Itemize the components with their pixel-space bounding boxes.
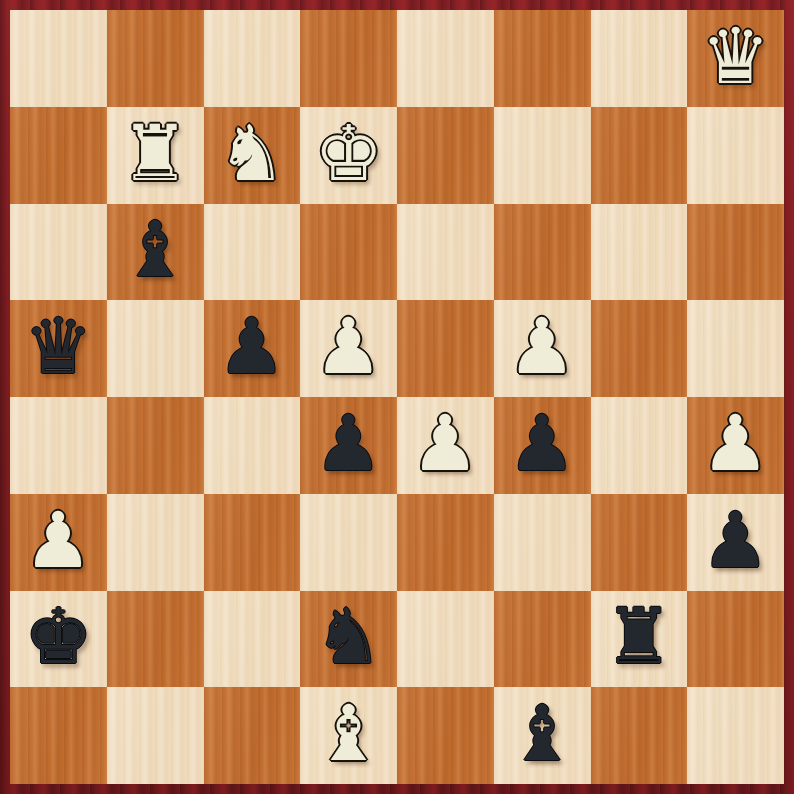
square-b2[interactable] [107,591,204,688]
square-d5[interactable]: ♟ [300,300,397,397]
piece-black-pawn[interactable]: ♟ [314,405,383,482]
piece-black-king[interactable]: ♚ [24,598,93,675]
square-a5[interactable]: ♛ [10,300,107,397]
square-c4[interactable] [204,397,301,494]
square-b3[interactable] [107,494,204,591]
square-h4[interactable]: ♟ [687,397,784,494]
piece-white-pawn[interactable]: ♟ [508,308,577,385]
square-b4[interactable] [107,397,204,494]
square-c1[interactable] [204,687,301,784]
square-e7[interactable] [397,107,494,204]
square-h2[interactable] [687,591,784,688]
chess-board: ♛♜♞♚♝♛♟♟♟♟♟♟♟♟♟♚♞♜♝♝ [10,10,784,784]
square-g3[interactable] [591,494,688,591]
square-e1[interactable] [397,687,494,784]
square-a7[interactable] [10,107,107,204]
square-h6[interactable] [687,204,784,301]
square-c2[interactable] [204,591,301,688]
square-e5[interactable] [397,300,494,397]
square-e8[interactable] [397,10,494,107]
square-f4[interactable]: ♟ [494,397,591,494]
square-d6[interactable] [300,204,397,301]
square-f2[interactable] [494,591,591,688]
piece-white-pawn[interactable]: ♟ [411,405,480,482]
piece-white-pawn[interactable]: ♟ [701,405,770,482]
square-a8[interactable] [10,10,107,107]
piece-white-pawn[interactable]: ♟ [24,502,93,579]
square-g5[interactable] [591,300,688,397]
square-b8[interactable] [107,10,204,107]
square-g6[interactable] [591,204,688,301]
square-e6[interactable] [397,204,494,301]
square-h8[interactable]: ♛ [687,10,784,107]
square-f7[interactable] [494,107,591,204]
square-b7[interactable]: ♜ [107,107,204,204]
piece-black-rook[interactable]: ♜ [604,598,673,675]
square-b6[interactable]: ♝ [107,204,204,301]
square-a6[interactable] [10,204,107,301]
square-h1[interactable] [687,687,784,784]
square-a1[interactable] [10,687,107,784]
square-a4[interactable] [10,397,107,494]
piece-black-queen[interactable]: ♛ [24,308,93,385]
square-b5[interactable] [107,300,204,397]
piece-black-knight[interactable]: ♞ [314,598,383,675]
square-d1[interactable]: ♝ [300,687,397,784]
piece-black-pawn[interactable]: ♟ [217,308,286,385]
square-h5[interactable] [687,300,784,397]
square-c6[interactable] [204,204,301,301]
square-a2[interactable]: ♚ [10,591,107,688]
piece-white-bishop[interactable]: ♝ [314,695,383,772]
piece-white-queen[interactable]: ♛ [701,18,770,95]
square-f6[interactable] [494,204,591,301]
square-f8[interactable] [494,10,591,107]
square-d2[interactable]: ♞ [300,591,397,688]
piece-black-pawn[interactable]: ♟ [701,502,770,579]
square-d3[interactable] [300,494,397,591]
square-c5[interactable]: ♟ [204,300,301,397]
square-c7[interactable]: ♞ [204,107,301,204]
piece-white-knight[interactable]: ♞ [217,115,286,192]
piece-black-pawn[interactable]: ♟ [508,405,577,482]
piece-black-bishop[interactable]: ♝ [121,211,190,288]
square-e4[interactable]: ♟ [397,397,494,494]
square-b1[interactable] [107,687,204,784]
square-g8[interactable] [591,10,688,107]
square-e2[interactable] [397,591,494,688]
square-h7[interactable] [687,107,784,204]
square-d7[interactable]: ♚ [300,107,397,204]
square-g2[interactable]: ♜ [591,591,688,688]
square-f3[interactable] [494,494,591,591]
piece-black-bishop[interactable]: ♝ [508,695,577,772]
square-c3[interactable] [204,494,301,591]
square-d4[interactable]: ♟ [300,397,397,494]
square-h3[interactable]: ♟ [687,494,784,591]
piece-white-rook[interactable]: ♜ [121,115,190,192]
square-f1[interactable]: ♝ [494,687,591,784]
square-g7[interactable] [591,107,688,204]
square-g4[interactable] [591,397,688,494]
board-frame: ♛♜♞♚♝♛♟♟♟♟♟♟♟♟♟♚♞♜♝♝ [0,0,794,794]
square-d8[interactable] [300,10,397,107]
square-f5[interactable]: ♟ [494,300,591,397]
square-g1[interactable] [591,687,688,784]
square-c8[interactable] [204,10,301,107]
piece-white-pawn[interactable]: ♟ [314,308,383,385]
square-a3[interactable]: ♟ [10,494,107,591]
piece-white-king[interactable]: ♚ [314,115,383,192]
square-e3[interactable] [397,494,494,591]
